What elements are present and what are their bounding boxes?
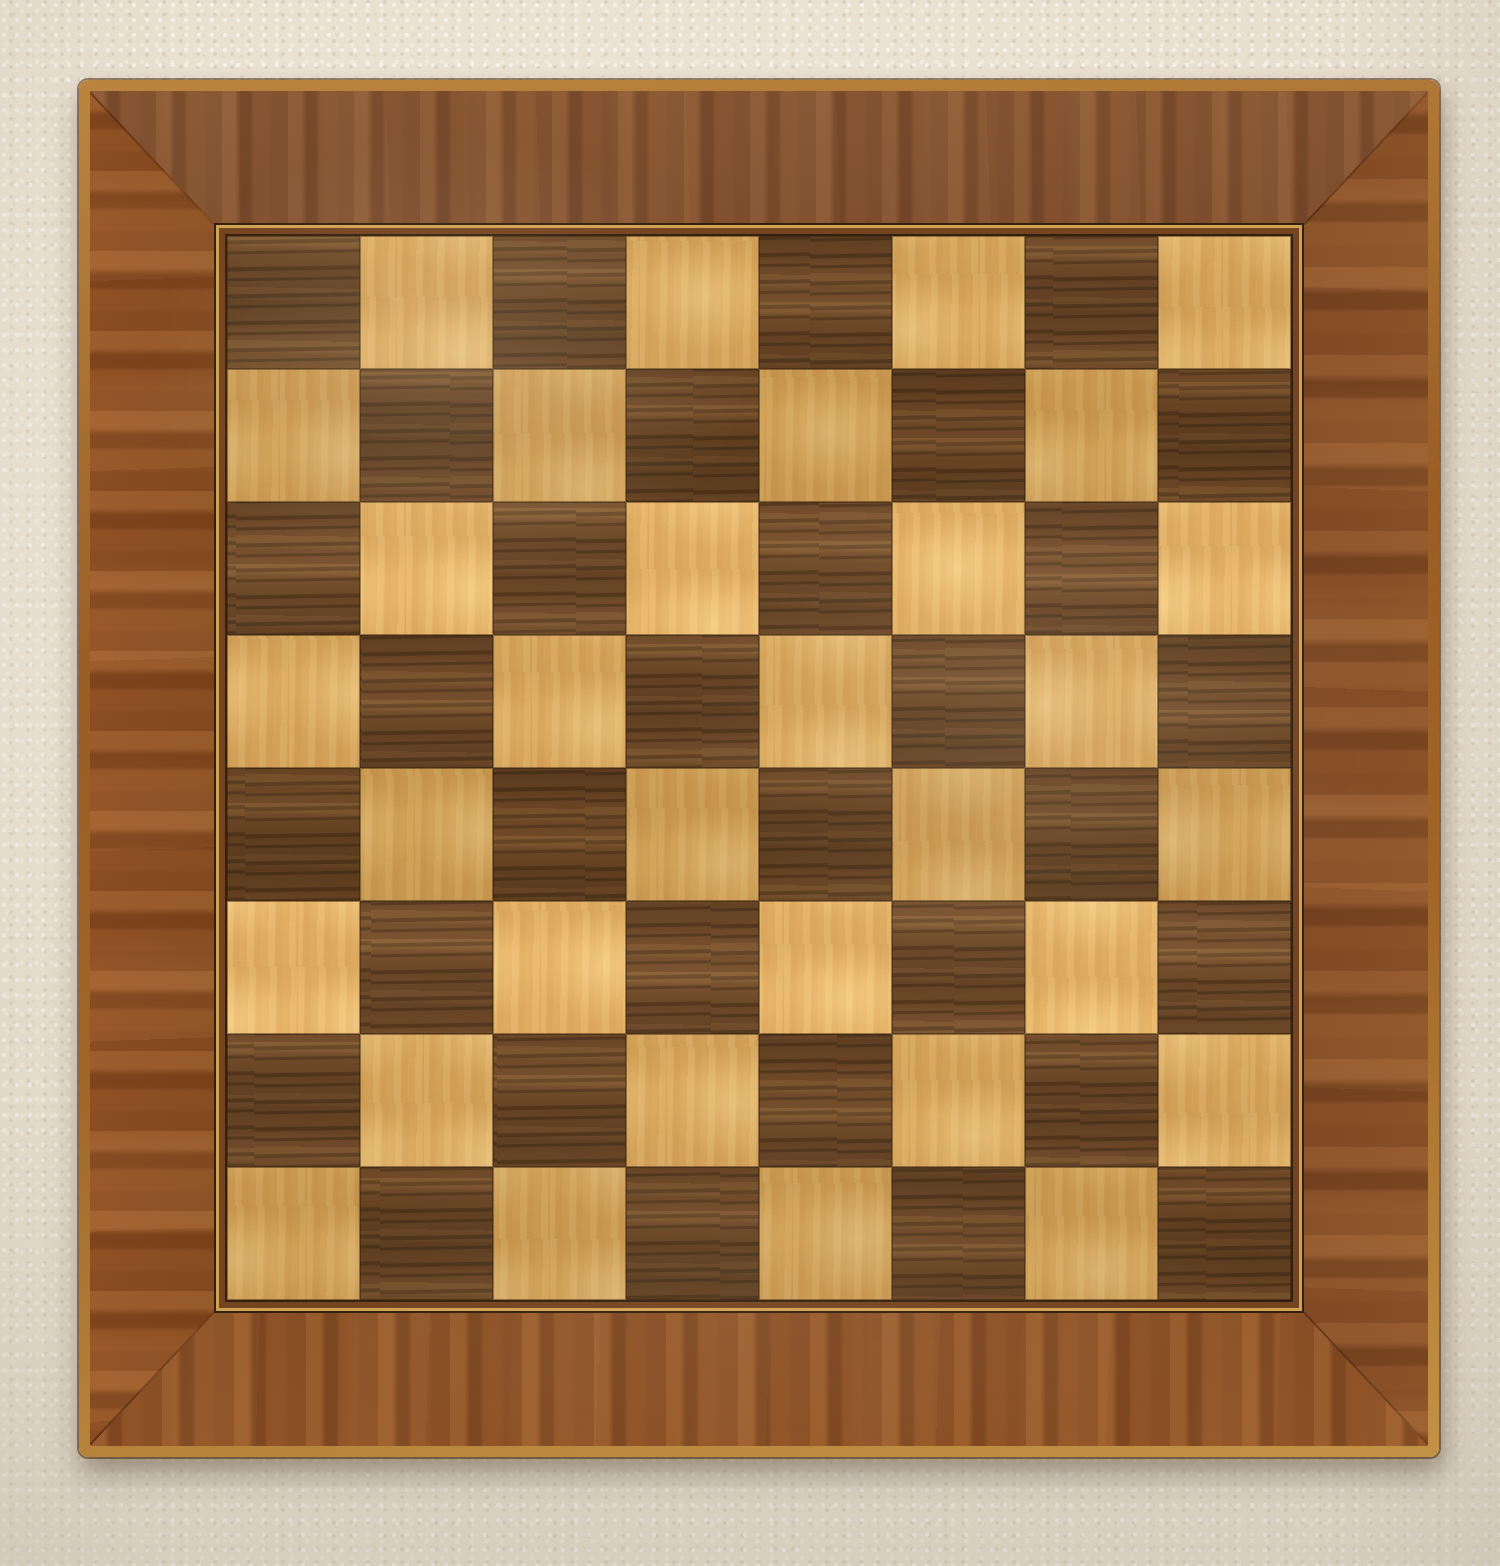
square-g7[interactable]: [1025, 369, 1158, 502]
square-g8[interactable]: [1025, 236, 1158, 369]
board-grid: [227, 236, 1291, 1300]
square-f2[interactable]: [892, 1034, 1025, 1167]
square-f4[interactable]: [892, 768, 1025, 901]
square-e8[interactable]: [759, 236, 892, 369]
square-e1[interactable]: [759, 1167, 892, 1300]
square-c6[interactable]: [493, 502, 626, 635]
square-e3[interactable]: [759, 901, 892, 1034]
square-a8[interactable]: [227, 236, 360, 369]
square-d8[interactable]: [626, 236, 759, 369]
square-g5[interactable]: [1025, 635, 1158, 768]
square-c7[interactable]: [493, 369, 626, 502]
square-c8[interactable]: [493, 236, 626, 369]
stringing-inner-line: [225, 234, 1293, 1302]
frame-left-rail: [90, 91, 214, 1446]
square-e4[interactable]: [759, 768, 892, 901]
square-d2[interactable]: [626, 1034, 759, 1167]
square-f3[interactable]: [892, 901, 1025, 1034]
square-h3[interactable]: [1158, 901, 1291, 1034]
square-b3[interactable]: [360, 901, 493, 1034]
square-c4[interactable]: [493, 768, 626, 901]
square-e7[interactable]: [759, 369, 892, 502]
square-h7[interactable]: [1158, 369, 1291, 502]
frame-bottom-rail: [90, 1313, 1428, 1446]
square-g2[interactable]: [1025, 1034, 1158, 1167]
square-a7[interactable]: [227, 369, 360, 502]
square-c2[interactable]: [493, 1034, 626, 1167]
square-d5[interactable]: [626, 635, 759, 768]
square-g1[interactable]: [1025, 1167, 1158, 1300]
square-a1[interactable]: [227, 1167, 360, 1300]
square-f1[interactable]: [892, 1167, 1025, 1300]
playfield: [214, 223, 1304, 1313]
square-f7[interactable]: [892, 369, 1025, 502]
square-e2[interactable]: [759, 1034, 892, 1167]
frame-top-rail: [90, 91, 1428, 223]
square-d3[interactable]: [626, 901, 759, 1034]
square-d1[interactable]: [626, 1167, 759, 1300]
carpet-background: [0, 0, 1500, 1566]
square-h1[interactable]: [1158, 1167, 1291, 1300]
square-h2[interactable]: [1158, 1034, 1291, 1167]
square-b6[interactable]: [360, 502, 493, 635]
stringing-outer-line: [214, 223, 1304, 1313]
square-g6[interactable]: [1025, 502, 1158, 635]
square-b2[interactable]: [360, 1034, 493, 1167]
square-a2[interactable]: [227, 1034, 360, 1167]
stringing-gap-band: [219, 228, 1299, 1308]
square-a3[interactable]: [227, 901, 360, 1034]
square-a5[interactable]: [227, 635, 360, 768]
square-b7[interactable]: [360, 369, 493, 502]
square-h8[interactable]: [1158, 236, 1291, 369]
square-d4[interactable]: [626, 768, 759, 901]
square-d6[interactable]: [626, 502, 759, 635]
square-b4[interactable]: [360, 768, 493, 901]
square-c3[interactable]: [493, 901, 626, 1034]
square-a4[interactable]: [227, 768, 360, 901]
square-d7[interactable]: [626, 369, 759, 502]
square-h5[interactable]: [1158, 635, 1291, 768]
square-g3[interactable]: [1025, 901, 1158, 1034]
square-c1[interactable]: [493, 1167, 626, 1300]
square-e5[interactable]: [759, 635, 892, 768]
square-f5[interactable]: [892, 635, 1025, 768]
square-b1[interactable]: [360, 1167, 493, 1300]
square-h4[interactable]: [1158, 768, 1291, 901]
square-a6[interactable]: [227, 502, 360, 635]
square-h6[interactable]: [1158, 502, 1291, 635]
frame-right-rail: [1304, 91, 1428, 1446]
square-b8[interactable]: [360, 236, 493, 369]
square-f6[interactable]: [892, 502, 1025, 635]
square-b5[interactable]: [360, 635, 493, 768]
board-frame: [90, 91, 1428, 1446]
square-c5[interactable]: [493, 635, 626, 768]
square-e6[interactable]: [759, 502, 892, 635]
square-g4[interactable]: [1025, 768, 1158, 901]
stringing-boxwood-line: [216, 225, 1302, 1311]
chess-board: [79, 80, 1439, 1457]
square-f8[interactable]: [892, 236, 1025, 369]
